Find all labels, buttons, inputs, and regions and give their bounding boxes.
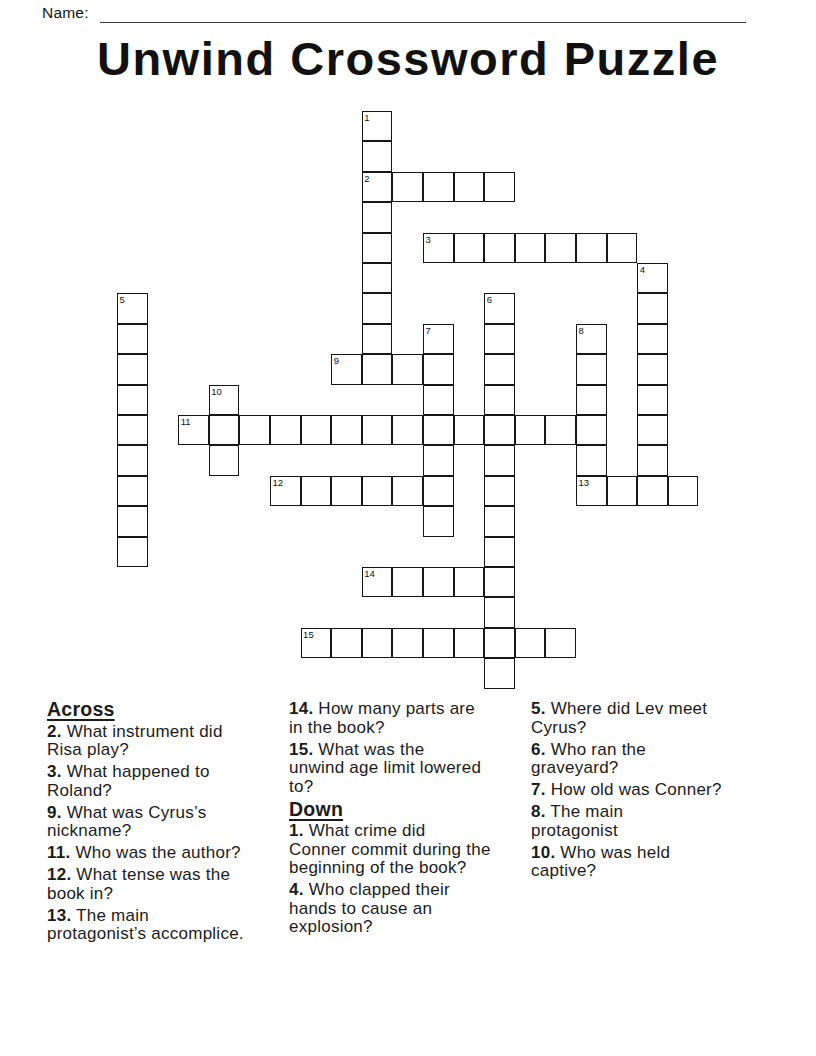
grid-cell-r8c10[interactable] xyxy=(423,354,454,384)
grid-cell-r1c8[interactable] xyxy=(362,141,393,171)
grid-cell-r6c0[interactable]: 5 xyxy=(117,293,148,323)
grid-cell-r4c8[interactable] xyxy=(362,233,393,263)
grid-cell-r8c8[interactable] xyxy=(362,354,393,384)
cell-number-12: 12 xyxy=(273,477,284,488)
page-title: Unwind Crossword Puzzle xyxy=(0,31,816,86)
cell-number-2: 2 xyxy=(364,173,369,184)
clue-section-header-across: Across xyxy=(47,700,289,719)
grid-cell-r7c8[interactable] xyxy=(362,324,393,354)
grid-cell-r13c10[interactable] xyxy=(423,506,454,536)
grid-cell-r10c3[interactable] xyxy=(209,415,240,445)
grid-cell-r5c17[interactable]: 4 xyxy=(637,263,668,293)
grid-cell-r11c3[interactable] xyxy=(209,445,240,475)
cell-number-15: 15 xyxy=(303,629,314,640)
grid-cell-r9c15[interactable] xyxy=(576,385,607,415)
cell-number-7: 7 xyxy=(426,325,431,336)
cell-number-9: 9 xyxy=(334,355,339,366)
grid-cell-r15c8[interactable]: 14 xyxy=(362,567,393,597)
grid-cell-r6c17[interactable] xyxy=(637,293,668,323)
cell-number-10: 10 xyxy=(211,386,222,397)
grid-cell-r14c0[interactable] xyxy=(117,537,148,567)
grid-cell-r10c5[interactable] xyxy=(270,415,301,445)
grid-cell-r11c17[interactable] xyxy=(637,445,668,475)
cell-number-5: 5 xyxy=(120,294,125,305)
grid-cell-r2c9[interactable] xyxy=(392,172,423,202)
grid-cell-r10c11[interactable] xyxy=(454,415,485,445)
grid-cell-r4c13[interactable] xyxy=(515,233,546,263)
crossword-worksheet-page: { "game": "crossword", "name_label": "Na… xyxy=(0,0,816,1056)
clue-15: 15. What was theunwind age limit lowered… xyxy=(289,741,535,797)
clue-6: 6. Who ran thegraveyard? xyxy=(531,741,771,778)
grid-cell-r7c15[interactable]: 8 xyxy=(576,324,607,354)
grid-cell-r17c11[interactable] xyxy=(454,628,485,658)
grid-cell-r17c10[interactable] xyxy=(423,628,454,658)
grid-cell-r9c0[interactable] xyxy=(117,385,148,415)
grid-cell-r9c17[interactable] xyxy=(637,385,668,415)
grid-cell-r12c12[interactable] xyxy=(484,476,515,506)
grid-cell-r12c9[interactable] xyxy=(392,476,423,506)
grid-cell-r3c8[interactable] xyxy=(362,202,393,232)
clue-14: 14. How many parts arein the book? xyxy=(289,700,535,737)
clue-5: 5. Where did Lev meetCyrus? xyxy=(531,700,771,737)
cell-number-8: 8 xyxy=(579,325,584,336)
cell-number-4: 4 xyxy=(640,264,645,275)
grid-cell-r4c16[interactable] xyxy=(607,233,638,263)
grid-cell-r9c3[interactable]: 10 xyxy=(209,385,240,415)
grid-cell-r12c8[interactable] xyxy=(362,476,393,506)
grid-cell-r7c17[interactable] xyxy=(637,324,668,354)
grid-cell-r6c12[interactable]: 6 xyxy=(484,293,515,323)
grid-cell-r17c6[interactable]: 15 xyxy=(301,628,332,658)
grid-cell-r12c7[interactable] xyxy=(331,476,362,506)
grid-cell-r10c14[interactable] xyxy=(545,415,576,445)
grid-cell-r16c12[interactable] xyxy=(484,597,515,627)
clue-11: 11. Who was the author? xyxy=(47,844,289,863)
grid-cell-r15c12[interactable] xyxy=(484,567,515,597)
grid-cell-r12c16[interactable] xyxy=(607,476,638,506)
grid-cell-r12c15[interactable]: 13 xyxy=(576,476,607,506)
grid-cell-r2c8[interactable]: 2 xyxy=(362,172,393,202)
grid-cell-r5c8[interactable] xyxy=(362,263,393,293)
cell-number-6: 6 xyxy=(487,294,492,305)
grid-cell-r4c15[interactable] xyxy=(576,233,607,263)
cell-number-13: 13 xyxy=(579,477,590,488)
grid-cell-r8c9[interactable] xyxy=(392,354,423,384)
grid-cell-r12c10[interactable] xyxy=(423,476,454,506)
clue-3: 3. What happened toRoland? xyxy=(47,763,289,800)
grid-cell-r12c18[interactable] xyxy=(668,476,699,506)
grid-cell-r12c17[interactable] xyxy=(637,476,668,506)
grid-cell-r15c10[interactable] xyxy=(423,567,454,597)
grid-cell-r14c12[interactable] xyxy=(484,537,515,567)
clue-section-header-down: Down xyxy=(289,800,535,819)
grid-cell-r8c15[interactable] xyxy=(576,354,607,384)
cell-number-11: 11 xyxy=(181,416,191,427)
grid-cell-r2c12[interactable] xyxy=(484,172,515,202)
clue-8: 8. The mainprotagonist xyxy=(531,803,771,840)
name-label: Name: xyxy=(42,4,89,22)
name-blank-line[interactable] xyxy=(100,1,746,23)
clue-4: 4. Who clapped theirhands to cause anexp… xyxy=(289,881,535,937)
grid-cell-r17c12[interactable] xyxy=(484,628,515,658)
cell-number-14: 14 xyxy=(364,568,375,579)
crossword-board: 123456789101112131415 xyxy=(117,111,699,689)
clue-column-1: Across2. What instrument didRisa play?3.… xyxy=(47,700,289,947)
grid-cell-r9c10[interactable] xyxy=(423,385,454,415)
grid-cell-r4c10[interactable]: 3 xyxy=(423,233,454,263)
grid-cell-r17c8[interactable] xyxy=(362,628,393,658)
grid-cell-r10c8[interactable] xyxy=(362,415,393,445)
grid-cell-r4c12[interactable] xyxy=(484,233,515,263)
grid-cell-r17c9[interactable] xyxy=(392,628,423,658)
clue-9: 9. What was Cyrus’snickname? xyxy=(47,804,289,841)
grid-cell-r2c11[interactable] xyxy=(454,172,485,202)
grid-cell-r10c0[interactable] xyxy=(117,415,148,445)
grid-cell-r10c7[interactable] xyxy=(331,415,362,445)
grid-cell-r7c10[interactable]: 7 xyxy=(423,324,454,354)
grid-cell-r0c8[interactable]: 1 xyxy=(362,111,393,141)
grid-cell-r18c12[interactable] xyxy=(484,658,515,688)
grid-cell-r11c10[interactable] xyxy=(423,445,454,475)
grid-cell-r2c10[interactable] xyxy=(423,172,454,202)
cell-number-3: 3 xyxy=(426,234,431,245)
cell-number-1: 1 xyxy=(364,112,369,123)
clue-1: 1. What crime didConner commit during th… xyxy=(289,822,535,878)
grid-cell-r17c7[interactable] xyxy=(331,628,362,658)
clue-2: 2. What instrument didRisa play? xyxy=(47,723,289,760)
grid-cell-r10c12[interactable] xyxy=(484,415,515,445)
grid-cell-r11c0[interactable] xyxy=(117,445,148,475)
grid-cell-r12c0[interactable] xyxy=(117,476,148,506)
clue-column-2: 14. How many parts arein the book?15. Wh… xyxy=(289,700,535,940)
grid-cell-r7c0[interactable] xyxy=(117,324,148,354)
grid-cell-r10c9[interactable] xyxy=(392,415,423,445)
grid-cell-r13c12[interactable] xyxy=(484,506,515,536)
clue-13: 13. The mainprotagonist’s accomplice. xyxy=(47,907,289,944)
grid-cell-r12c5[interactable]: 12 xyxy=(270,476,301,506)
grid-cell-r4c11[interactable] xyxy=(454,233,485,263)
grid-cell-r10c15[interactable] xyxy=(576,415,607,445)
grid-cell-r10c13[interactable] xyxy=(515,415,546,445)
grid-cell-r8c17[interactable] xyxy=(637,354,668,384)
grid-cell-r15c11[interactable] xyxy=(454,567,485,597)
grid-cell-r17c14[interactable] xyxy=(545,628,576,658)
grid-cell-r8c0[interactable] xyxy=(117,354,148,384)
clue-7: 7. How old was Conner? xyxy=(531,781,771,800)
grid-cell-r10c10[interactable] xyxy=(423,415,454,445)
grid-cell-r8c12[interactable] xyxy=(484,354,515,384)
grid-cell-r10c4[interactable] xyxy=(239,415,270,445)
grid-cell-r11c12[interactable] xyxy=(484,445,515,475)
grid-cell-r10c2[interactable]: 11 xyxy=(178,415,209,445)
grid-cell-r17c13[interactable] xyxy=(515,628,546,658)
grid-cell-r6c8[interactable] xyxy=(362,293,393,323)
grid-cell-r10c6[interactable] xyxy=(301,415,332,445)
grid-cell-r11c15[interactable] xyxy=(576,445,607,475)
grid-cell-r8c7[interactable]: 9 xyxy=(331,354,362,384)
clue-12: 12. What tense was thebook in? xyxy=(47,866,289,903)
grid-cell-r13c0[interactable] xyxy=(117,506,148,536)
grid-cell-r7c12[interactable] xyxy=(484,324,515,354)
grid-cell-r15c9[interactable] xyxy=(392,567,423,597)
clue-column-3: 5. Where did Lev meetCyrus?6. Who ran th… xyxy=(531,700,771,884)
clue-10: 10. Who was heldcaptive? xyxy=(531,844,771,881)
grid-cell-r12c6[interactable] xyxy=(301,476,332,506)
grid-cell-r9c12[interactable] xyxy=(484,385,515,415)
grid-cell-r4c14[interactable] xyxy=(545,233,576,263)
grid-cell-r10c17[interactable] xyxy=(637,415,668,445)
